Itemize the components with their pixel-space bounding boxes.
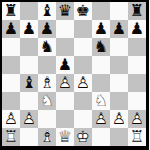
black-pawn-icon: ♟ [92, 20, 110, 38]
square-e2[interactable] [74, 110, 92, 128]
square-a5[interactable] [2, 56, 20, 74]
square-h7[interactable]: ♟ [128, 20, 146, 38]
white-rook-icon: ♜♖ [128, 128, 146, 146]
square-g8[interactable] [110, 2, 128, 20]
black-pawn-icon: ♟ [2, 20, 20, 38]
white-pawn-icon: ♟♙ [56, 74, 74, 92]
white-king-icon: ♚♔ [74, 128, 92, 146]
black-pawn-icon: ♟ [110, 20, 128, 38]
square-d4[interactable]: ♟♙ [56, 74, 74, 92]
black-pawn-icon: ♟ [56, 56, 74, 74]
square-e8[interactable]: ♚ [74, 2, 92, 20]
square-d6[interactable] [56, 38, 74, 56]
square-c8[interactable]: ♝ [38, 2, 56, 20]
white-pawn-icon: ♟♙ [92, 110, 110, 128]
square-a3[interactable] [2, 92, 20, 110]
square-d3[interactable] [56, 92, 74, 110]
square-f8[interactable] [92, 2, 110, 20]
white-bishop-icon: ♝♗ [38, 128, 56, 146]
black-pawn-icon: ♟ [20, 20, 38, 38]
white-queen-icon: ♛♕ [56, 128, 74, 146]
square-h5[interactable] [128, 56, 146, 74]
square-d5[interactable]: ♟ [56, 56, 74, 74]
square-g7[interactable]: ♟ [110, 20, 128, 38]
white-pawn-icon: ♟♙ [74, 74, 92, 92]
square-b6[interactable] [20, 38, 38, 56]
square-a1[interactable]: ♜♖ [2, 128, 20, 146]
white-pawn-icon: ♟♙ [110, 110, 128, 128]
square-f3[interactable]: ♞♘ [92, 92, 110, 110]
square-f2[interactable]: ♟♙ [92, 110, 110, 128]
black-queen-icon: ♛ [56, 2, 74, 20]
square-h1[interactable]: ♜♖ [128, 128, 146, 146]
square-h6[interactable] [128, 38, 146, 56]
black-bishop-icon: ♝ [20, 74, 38, 92]
square-g2[interactable]: ♟♙ [110, 110, 128, 128]
square-g6[interactable] [110, 38, 128, 56]
square-g1[interactable] [110, 128, 128, 146]
square-g5[interactable] [110, 56, 128, 74]
square-b2[interactable]: ♟♙ [20, 110, 38, 128]
square-c2[interactable] [38, 110, 56, 128]
square-b3[interactable] [20, 92, 38, 110]
black-knight-icon: ♞ [38, 38, 56, 56]
square-c7[interactable]: ♟ [38, 20, 56, 38]
square-e6[interactable] [74, 38, 92, 56]
square-b4[interactable]: ♝ [20, 74, 38, 92]
white-knight-icon: ♞♘ [38, 92, 56, 110]
white-rook-icon: ♜♖ [2, 128, 20, 146]
square-b7[interactable]: ♟ [20, 20, 38, 38]
black-knight-icon: ♞ [92, 38, 110, 56]
square-f5[interactable] [92, 56, 110, 74]
square-c3[interactable]: ♞♘ [38, 92, 56, 110]
black-pawn-icon: ♟ [38, 20, 56, 38]
square-a6[interactable] [2, 38, 20, 56]
square-d7[interactable] [56, 20, 74, 38]
square-d8[interactable]: ♛ [56, 2, 74, 20]
square-a4[interactable] [2, 74, 20, 92]
square-b5[interactable] [20, 56, 38, 74]
square-a7[interactable]: ♟ [2, 20, 20, 38]
square-g3[interactable] [110, 92, 128, 110]
black-bishop-icon: ♝ [38, 2, 56, 20]
chess-board: ♜♝♛♚♜♟♟♟♟♟♟♞♞♟♝♝♗♟♙♟♙♞♘♞♘♟♙♟♙♟♙♟♙♟♙♜♖♝♗♛… [0, 0, 149, 150]
white-pawn-icon: ♟♙ [128, 110, 146, 128]
square-d1[interactable]: ♛♕ [56, 128, 74, 146]
white-pawn-icon: ♟♙ [20, 110, 38, 128]
square-c5[interactable] [38, 56, 56, 74]
square-e7[interactable] [74, 20, 92, 38]
square-h8[interactable]: ♜ [128, 2, 146, 20]
black-rook-icon: ♜ [2, 2, 20, 20]
square-a8[interactable]: ♜ [2, 2, 20, 20]
square-a2[interactable]: ♟♙ [2, 110, 20, 128]
white-knight-icon: ♞♘ [92, 92, 110, 110]
black-pawn-icon: ♟ [128, 20, 146, 38]
white-bishop-icon: ♝♗ [38, 74, 56, 92]
black-rook-icon: ♜ [128, 2, 146, 20]
square-c6[interactable]: ♞ [38, 38, 56, 56]
square-g4[interactable] [110, 74, 128, 92]
square-h2[interactable]: ♟♙ [128, 110, 146, 128]
square-f6[interactable]: ♞ [92, 38, 110, 56]
black-king-icon: ♚ [74, 2, 92, 20]
square-e5[interactable] [74, 56, 92, 74]
square-e1[interactable]: ♚♔ [74, 128, 92, 146]
square-c1[interactable]: ♝♗ [38, 128, 56, 146]
square-b1[interactable] [20, 128, 38, 146]
chess-diagram: ♜♝♛♚♜♟♟♟♟♟♟♞♞♟♝♝♗♟♙♟♙♞♘♞♘♟♙♟♙♟♙♟♙♟♙♜♖♝♗♛… [0, 0, 149, 150]
square-d2[interactable] [56, 110, 74, 128]
square-f7[interactable]: ♟ [92, 20, 110, 38]
white-pawn-icon: ♟♙ [2, 110, 20, 128]
square-e3[interactable] [74, 92, 92, 110]
square-b8[interactable] [20, 2, 38, 20]
square-e4[interactable]: ♟♙ [74, 74, 92, 92]
square-f4[interactable] [92, 74, 110, 92]
square-c4[interactable]: ♝♗ [38, 74, 56, 92]
square-h4[interactable] [128, 74, 146, 92]
square-h3[interactable] [128, 92, 146, 110]
square-f1[interactable] [92, 128, 110, 146]
